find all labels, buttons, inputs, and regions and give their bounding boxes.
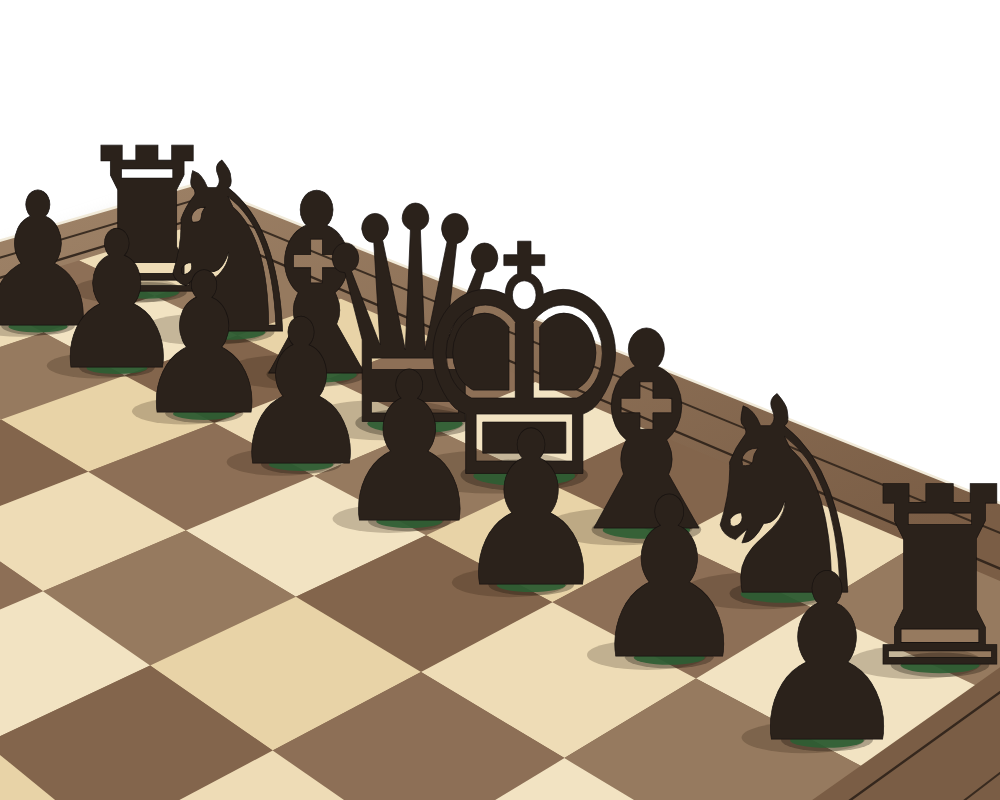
chess-photo-scene: Black ebonised Staunton chessmen standin… bbox=[0, 0, 1000, 800]
black-pawn-icon: ♟ bbox=[588, 450, 751, 708]
chess-board: ♜♟♞♟♝♟♛♟♚♟♝♟♞♟♜♟ bbox=[0, 0, 1000, 800]
black-pawn-icon: ♟ bbox=[453, 385, 610, 634]
piece-black-pawn-f7: ♟ bbox=[452, 385, 610, 634]
black-pawn-icon: ♟ bbox=[742, 524, 912, 793]
piece-black-pawn-g7: ♟ bbox=[587, 450, 751, 708]
piece-black-pawn-h7: ♟ bbox=[742, 524, 912, 793]
